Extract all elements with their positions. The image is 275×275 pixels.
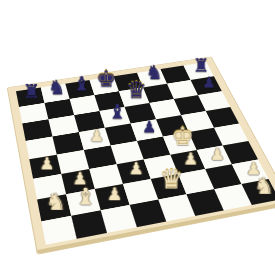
white-pawn-c5: ♟ — [89, 128, 103, 144]
square-e1 — [158, 194, 195, 221]
square-f1 — [186, 189, 223, 216]
white-pawn-d3: ♟ — [128, 161, 143, 178]
white-king-f4: ♚ — [171, 124, 194, 149]
square-b1 — [71, 210, 107, 238]
scene: ♜♞♝♚♞♜♛♟♝♟♟♟♚♟♟♟♟♞♝♟♛♟♞ — [0, 0, 275, 275]
board-frame: ♜♞♝♚♞♜♛♟♝♟♟♟♚♟♟♟♟♞♝♟♛♟♞ — [8, 57, 275, 254]
square-a2: ♞ — [37, 194, 71, 221]
black-pawn-h7: ♟ — [202, 76, 215, 91]
white-pawn-c2: ♟ — [106, 186, 122, 204]
white-knight-h1: ♞ — [253, 175, 273, 198]
white-pawn-a4: ♟ — [39, 156, 54, 173]
black-queen-e7: ♛ — [125, 79, 146, 103]
black-rook-a8: ♜ — [22, 82, 40, 102]
black-knight-f8: ♞ — [145, 64, 162, 83]
black-bishop-c8: ♝ — [72, 75, 89, 95]
square-c8: ♝ — [65, 80, 94, 99]
chess-board: ♜♞♝♚♞♜♛♟♝♟♟♟♚♟♟♟♟♞♝♟♛♟♞ — [16, 62, 275, 245]
product-photo: ♜♞♝♚♞♜♛♟♝♟♟♟♚♟♟♟♟♞♝♟♛♟♞ — [0, 0, 275, 275]
white-pawn-f3: ♟ — [183, 151, 198, 168]
black-bishop-d6: ♝ — [108, 102, 126, 122]
black-king-d8: ♚ — [95, 67, 116, 90]
black-knight-b8: ♞ — [48, 78, 66, 98]
white-pawn-g3: ♟ — [210, 147, 225, 164]
black-rook-h8: ♜ — [192, 57, 209, 76]
white-bishop-b2: ♝ — [75, 186, 96, 209]
square-b8: ♞ — [41, 84, 70, 103]
board-tilt: ♜♞♝♚♞♜♛♟♝♟♟♟♚♟♟♟♟♞♝♟♛♟♞ — [8, 57, 275, 254]
white-knight-a2: ♞ — [45, 191, 66, 214]
black-pawn-e5: ♟ — [142, 120, 156, 136]
white-queen-e2: ♛ — [159, 166, 183, 193]
